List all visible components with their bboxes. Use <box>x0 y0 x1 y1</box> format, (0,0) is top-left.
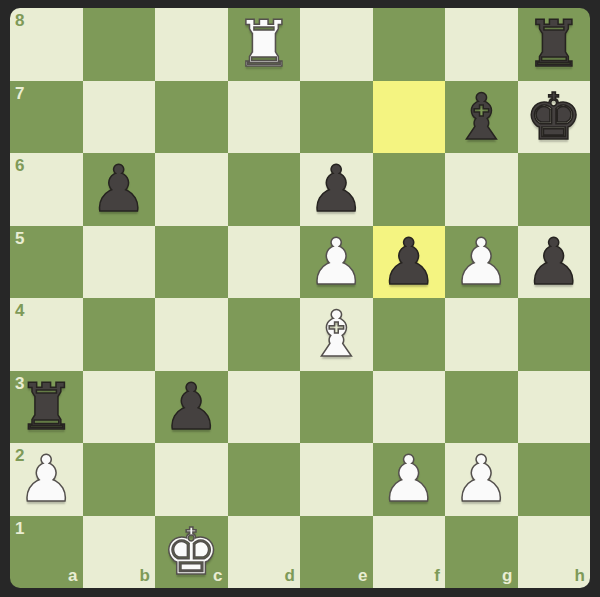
square-h5[interactable]: ♟ <box>518 226 591 299</box>
square-e7[interactable] <box>300 81 373 154</box>
square-a6[interactable]: 6 <box>10 153 83 226</box>
square-h6[interactable] <box>518 153 591 226</box>
square-f1[interactable]: f <box>373 516 446 589</box>
black-pawn[interactable]: ♟ <box>518 226 591 299</box>
square-c2[interactable] <box>155 443 228 516</box>
square-a5[interactable]: 5 <box>10 226 83 299</box>
file-label-e: e <box>358 567 367 584</box>
square-d2[interactable] <box>228 443 301 516</box>
square-e1[interactable]: e <box>300 516 373 589</box>
square-h2[interactable] <box>518 443 591 516</box>
white-bishop[interactable]: ♝ <box>300 298 373 371</box>
black-pawn[interactable]: ♟ <box>83 153 156 226</box>
square-d8[interactable]: ♜ <box>228 8 301 81</box>
square-b6[interactable]: ♟ <box>83 153 156 226</box>
rank-label-4: 4 <box>15 302 24 319</box>
rank-label-1: 1 <box>15 520 24 537</box>
black-pawn[interactable]: ♟ <box>373 226 446 299</box>
black-pawn[interactable]: ♟ <box>155 371 228 444</box>
square-a2[interactable]: 2♟ <box>10 443 83 516</box>
square-c4[interactable] <box>155 298 228 371</box>
square-g6[interactable] <box>445 153 518 226</box>
square-a1[interactable]: 1a <box>10 516 83 589</box>
square-g5[interactable]: ♟ <box>445 226 518 299</box>
white-pawn[interactable]: ♟ <box>300 226 373 299</box>
square-a3[interactable]: 3♜ <box>10 371 83 444</box>
file-label-b: b <box>140 567 150 584</box>
file-label-a: a <box>68 567 77 584</box>
square-f6[interactable] <box>373 153 446 226</box>
square-f4[interactable] <box>373 298 446 371</box>
square-c1[interactable]: c♚ <box>155 516 228 589</box>
square-d6[interactable] <box>228 153 301 226</box>
square-h1[interactable]: h <box>518 516 591 589</box>
square-b2[interactable] <box>83 443 156 516</box>
square-c5[interactable] <box>155 226 228 299</box>
black-king[interactable]: ♚ <box>518 81 591 154</box>
white-pawn[interactable]: ♟ <box>10 443 83 516</box>
white-rook[interactable]: ♜ <box>228 8 301 81</box>
square-h7[interactable]: ♚ <box>518 81 591 154</box>
white-king[interactable]: ♚ <box>155 516 228 589</box>
square-f2[interactable]: ♟ <box>373 443 446 516</box>
rank-label-5: 5 <box>15 230 24 247</box>
square-d5[interactable] <box>228 226 301 299</box>
file-label-g: g <box>502 567 512 584</box>
square-g8[interactable] <box>445 8 518 81</box>
square-d1[interactable]: d <box>228 516 301 589</box>
square-e8[interactable] <box>300 8 373 81</box>
square-c3[interactable]: ♟ <box>155 371 228 444</box>
square-g7[interactable]: ♝ <box>445 81 518 154</box>
square-e6[interactable]: ♟ <box>300 153 373 226</box>
square-b8[interactable] <box>83 8 156 81</box>
square-g2[interactable]: ♟ <box>445 443 518 516</box>
square-d3[interactable] <box>228 371 301 444</box>
white-pawn[interactable]: ♟ <box>373 443 446 516</box>
square-a8[interactable]: 8 <box>10 8 83 81</box>
square-e5[interactable]: ♟ <box>300 226 373 299</box>
square-a4[interactable]: 4 <box>10 298 83 371</box>
square-h8[interactable]: ♜ <box>518 8 591 81</box>
square-h4[interactable] <box>518 298 591 371</box>
square-f7[interactable] <box>373 81 446 154</box>
square-c6[interactable] <box>155 153 228 226</box>
square-h3[interactable] <box>518 371 591 444</box>
square-b3[interactable] <box>83 371 156 444</box>
black-rook[interactable]: ♜ <box>10 371 83 444</box>
square-e4[interactable]: ♝ <box>300 298 373 371</box>
file-label-h: h <box>575 567 585 584</box>
square-c7[interactable] <box>155 81 228 154</box>
square-f8[interactable] <box>373 8 446 81</box>
rank-label-6: 6 <box>15 157 24 174</box>
app-background: 8♜♜7♝♚6♟♟5♟♟♟♟4♝3♜♟2♟♟♟1abc♚defgh <box>0 0 600 597</box>
square-b4[interactable] <box>83 298 156 371</box>
square-g3[interactable] <box>445 371 518 444</box>
square-g1[interactable]: g <box>445 516 518 589</box>
black-rook[interactable]: ♜ <box>518 8 591 81</box>
black-bishop[interactable]: ♝ <box>445 81 518 154</box>
white-pawn[interactable]: ♟ <box>445 226 518 299</box>
square-d4[interactable] <box>228 298 301 371</box>
square-g4[interactable] <box>445 298 518 371</box>
white-pawn[interactable]: ♟ <box>445 443 518 516</box>
square-f5[interactable]: ♟ <box>373 226 446 299</box>
square-a7[interactable]: 7 <box>10 81 83 154</box>
square-f3[interactable] <box>373 371 446 444</box>
black-pawn[interactable]: ♟ <box>300 153 373 226</box>
chess-board: 8♜♜7♝♚6♟♟5♟♟♟♟4♝3♜♟2♟♟♟1abc♚defgh <box>10 8 590 588</box>
square-e3[interactable] <box>300 371 373 444</box>
square-b1[interactable]: b <box>83 516 156 589</box>
square-c8[interactable] <box>155 8 228 81</box>
square-b7[interactable] <box>83 81 156 154</box>
square-b5[interactable] <box>83 226 156 299</box>
square-e2[interactable] <box>300 443 373 516</box>
rank-label-8: 8 <box>15 12 24 29</box>
file-label-f: f <box>434 567 440 584</box>
square-d7[interactable] <box>228 81 301 154</box>
file-label-d: d <box>285 567 295 584</box>
rank-label-7: 7 <box>15 85 24 102</box>
